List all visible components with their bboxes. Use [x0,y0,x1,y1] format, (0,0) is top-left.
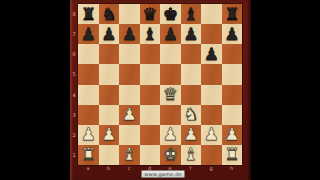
square-b3[interactable] [99,105,120,125]
square-d6[interactable] [140,44,161,64]
piece-black-pawn-f7[interactable]: ♟ [181,24,202,44]
square-d3[interactable] [140,105,161,125]
file-label-a: a [78,164,98,172]
square-e7[interactable]: ♟ [160,24,181,44]
rank-label-8: 8 [70,4,78,24]
piece-white-rook-h1[interactable]: ♜ [222,145,243,165]
square-c6[interactable] [119,44,140,64]
piece-white-pawn-c3[interactable]: ♟ [119,105,140,125]
piece-white-pawn-h2[interactable]: ♟ [222,125,243,145]
rank-label-4: 4 [70,85,78,105]
square-a3[interactable] [78,105,99,125]
piece-white-queen-e4[interactable]: ♛ [160,85,181,105]
square-h7[interactable]: ♟ [222,24,243,44]
square-d5[interactable] [140,64,161,84]
square-e1[interactable]: ♚ [160,145,181,165]
rank-label-5: 5 [70,64,78,84]
square-b4[interactable] [99,85,120,105]
square-h6[interactable] [222,44,243,64]
piece-white-bishop-c1[interactable]: ♝ [119,145,140,165]
square-a1[interactable]: ♜ [78,145,99,165]
piece-white-pawn-b2[interactable]: ♟ [99,125,120,145]
piece-black-pawn-b7[interactable]: ♟ [99,24,120,44]
square-g7[interactable] [201,24,222,44]
piece-black-queen-d8[interactable]: ♛ [140,4,161,24]
square-e6[interactable] [160,44,181,64]
file-label-c: c [119,164,139,172]
piece-white-pawn-g2[interactable]: ♟ [201,125,222,145]
square-d7[interactable]: ♝ [140,24,161,44]
piece-white-pawn-a2[interactable]: ♟ [78,125,99,145]
square-e2[interactable]: ♟ [160,125,181,145]
square-a5[interactable] [78,64,99,84]
square-b7[interactable]: ♟ [99,24,120,44]
rank-label-7: 7 [70,24,78,44]
piece-black-knight-b8[interactable]: ♞ [99,4,120,24]
square-f3[interactable]: ♞ [181,105,202,125]
file-label-g: g [201,164,221,172]
square-a2[interactable]: ♟ [78,125,99,145]
square-h5[interactable] [222,64,243,84]
square-f4[interactable] [181,85,202,105]
square-g6[interactable]: ♟ [201,44,222,64]
piece-black-rook-a8[interactable]: ♜ [78,4,99,24]
square-e8[interactable]: ♚ [160,4,181,24]
rank-label-2: 2 [70,125,78,145]
square-f7[interactable]: ♟ [181,24,202,44]
square-g3[interactable] [201,105,222,125]
square-b5[interactable] [99,64,120,84]
square-c7[interactable]: ♟ [119,24,140,44]
square-h8[interactable]: ♜ [222,4,243,24]
square-f1[interactable]: ♝ [181,145,202,165]
piece-black-rook-h8[interactable]: ♜ [222,4,243,24]
square-d1[interactable] [140,145,161,165]
square-f2[interactable]: ♟ [181,125,202,145]
square-h2[interactable]: ♟ [222,125,243,145]
square-c2[interactable] [119,125,140,145]
file-label-h: h [222,164,242,172]
square-d4[interactable] [140,85,161,105]
square-g5[interactable] [201,64,222,84]
video-frame: ♜♞♛♚♝♜♟♟♟♝♟♟♟♟♛♟♞♟♟♟♟♟♟♜♝♚♝♜ 87654321 ab… [0,0,320,180]
piece-white-pawn-f2[interactable]: ♟ [181,125,202,145]
square-b6[interactable] [99,44,120,64]
square-g4[interactable] [201,85,222,105]
piece-white-knight-f3[interactable]: ♞ [181,105,202,125]
square-f5[interactable] [181,64,202,84]
square-g1[interactable] [201,145,222,165]
file-label-b: b [99,164,119,172]
rank-label-1: 1 [70,145,78,165]
square-c4[interactable] [119,85,140,105]
piece-black-bishop-f8[interactable]: ♝ [181,4,202,24]
piece-black-bishop-d7[interactable]: ♝ [140,24,161,44]
square-a4[interactable] [78,85,99,105]
square-e4[interactable]: ♛ [160,85,181,105]
square-e5[interactable] [160,64,181,84]
rank-label-3: 3 [70,105,78,125]
piece-black-pawn-a7[interactable]: ♟ [78,24,99,44]
piece-white-pawn-e2[interactable]: ♟ [160,125,181,145]
square-f6[interactable] [181,44,202,64]
square-c3[interactable]: ♟ [119,105,140,125]
piece-black-pawn-h7[interactable]: ♟ [222,24,243,44]
rank-label-6: 6 [70,44,78,64]
square-d2[interactable] [140,125,161,145]
watermark-caption: www.game.de [141,170,185,178]
square-h4[interactable] [222,85,243,105]
square-h1[interactable]: ♜ [222,145,243,165]
piece-white-bishop-f1[interactable]: ♝ [181,145,202,165]
square-f8[interactable]: ♝ [181,4,202,24]
square-a8[interactable]: ♜ [78,4,99,24]
square-d8[interactable]: ♛ [140,4,161,24]
piece-white-king-e1[interactable]: ♚ [160,145,181,165]
piece-black-pawn-e7[interactable]: ♟ [160,24,181,44]
square-b2[interactable]: ♟ [99,125,120,145]
square-h3[interactable] [222,105,243,125]
piece-black-pawn-c7[interactable]: ♟ [119,24,140,44]
chess-board: ♜♞♛♚♝♜♟♟♟♝♟♟♟♟♛♟♞♟♟♟♟♟♟♜♝♚♝♜ [78,4,242,165]
square-g8[interactable] [201,4,222,24]
piece-white-rook-a1[interactable]: ♜ [78,145,99,165]
square-c1[interactable]: ♝ [119,145,140,165]
square-b8[interactable]: ♞ [99,4,120,24]
square-a6[interactable] [78,44,99,64]
square-g2[interactable]: ♟ [201,125,222,145]
piece-black-pawn-g6[interactable]: ♟ [201,44,222,64]
square-c8[interactable] [119,4,140,24]
square-a7[interactable]: ♟ [78,24,99,44]
square-e3[interactable] [160,105,181,125]
piece-black-king-e8[interactable]: ♚ [160,4,181,24]
square-c5[interactable] [119,64,140,84]
square-b1[interactable] [99,145,120,165]
